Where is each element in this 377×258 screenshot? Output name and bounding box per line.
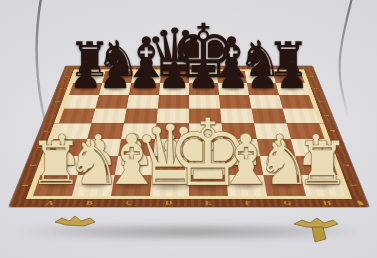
- rank-label-6: 6: [41, 100, 73, 104]
- maker-mark-icon: ♞: [354, 199, 367, 206]
- file-label-b: B: [69, 199, 110, 206]
- rank-label-5: 5: [35, 113, 69, 118]
- black-pawn-e7[interactable]: ♟: [187, 58, 220, 95]
- file-label-a: A: [29, 199, 71, 206]
- square-g6[interactable]: [249, 95, 283, 108]
- black-pawn-b7[interactable]: ♟: [99, 58, 132, 95]
- square-b6[interactable]: [95, 95, 129, 108]
- photo-canvas: A B C D E F G H 1 2 3 4 5 6 7 8 1 2: [0, 0, 377, 258]
- white-rook-h1[interactable]: ♜: [295, 134, 349, 194]
- rank-label-5: 5: [310, 113, 344, 118]
- file-label-h: H: [307, 199, 349, 206]
- black-pawn-a7[interactable]: ♟: [69, 58, 102, 95]
- black-pawn-f7[interactable]: ♟: [217, 58, 250, 95]
- black-pawn-g7[interactable]: ♟: [246, 58, 279, 95]
- black-pawn-c7[interactable]: ♟: [128, 58, 161, 95]
- file-label-g: G: [268, 199, 309, 206]
- rank-label-6: 6: [305, 100, 337, 104]
- black-pawn-d7[interactable]: ♟: [158, 58, 191, 95]
- black-pawn-h7[interactable]: ♟: [276, 58, 309, 95]
